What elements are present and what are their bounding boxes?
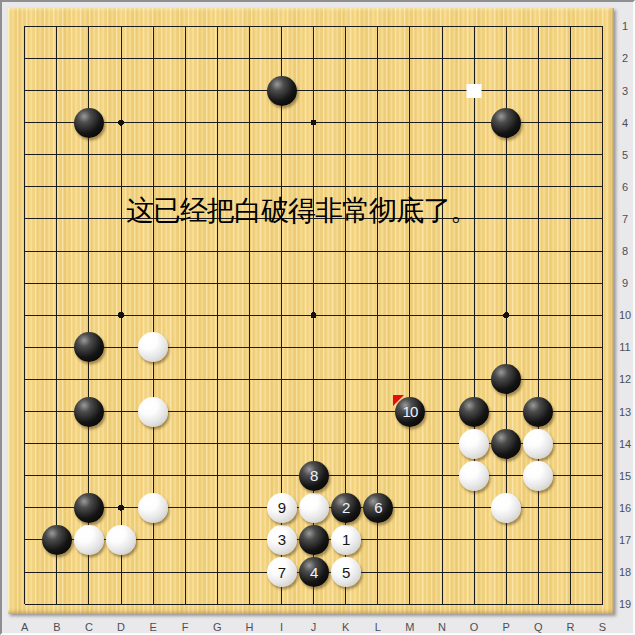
column-label: R [566, 622, 574, 633]
numbered-stone: 2 [331, 493, 361, 523]
row-label: 1 [622, 21, 628, 32]
move-number: 8 [310, 468, 317, 483]
move-number: 2 [342, 500, 349, 515]
last-move-triangle-icon [393, 395, 404, 406]
stone [459, 397, 489, 427]
row-label: 19 [619, 599, 631, 610]
move-number: 4 [310, 565, 317, 580]
stone [459, 429, 489, 459]
row-label: 14 [619, 438, 631, 449]
move-number: 3 [278, 532, 285, 547]
go-viewer-window: 这已经把白破得非常彻底了。 12345678910 ABCDEFGHIJKLMN… [0, 0, 635, 635]
column-label: N [438, 622, 446, 633]
numbered-stone: 1 [331, 525, 361, 555]
column-label: K [342, 622, 349, 633]
row-label: 2 [622, 53, 628, 64]
move-number: 7 [278, 565, 285, 580]
stone [74, 525, 104, 555]
column-label: G [213, 622, 222, 633]
row-label: 5 [622, 149, 628, 160]
stone [74, 332, 104, 362]
move-number: 5 [342, 565, 349, 580]
star-point [118, 312, 124, 318]
column-label: E [149, 622, 156, 633]
column-label: J [311, 622, 317, 633]
column-label: S [599, 622, 606, 633]
numbered-stone: 5 [331, 557, 361, 587]
goban[interactable]: 这已经把白破得非常彻底了。 12345678910 [8, 8, 614, 614]
column-label: B [53, 622, 60, 633]
star-point [311, 120, 317, 126]
row-label: 7 [622, 213, 628, 224]
row-label: 12 [619, 374, 631, 385]
stone [74, 493, 104, 523]
stone [299, 493, 329, 523]
numbered-stone: 7 [267, 557, 297, 587]
numbered-stone: 4 [299, 557, 329, 587]
star-point [118, 120, 124, 126]
stone [74, 108, 104, 138]
row-label: 3 [622, 85, 628, 96]
row-label: 4 [622, 117, 628, 128]
numbered-stone: 8 [299, 461, 329, 491]
star-point [118, 505, 124, 511]
stone [523, 461, 553, 491]
column-label: I [280, 622, 283, 633]
column-label: P [503, 622, 510, 633]
row-label: 8 [622, 246, 628, 257]
stone [491, 364, 521, 394]
numbered-stone: 10 [395, 397, 425, 427]
column-label: A [21, 622, 28, 633]
stone [74, 397, 104, 427]
numbered-stone: 9 [267, 493, 297, 523]
numbered-stone: 3 [267, 525, 297, 555]
column-label: F [182, 622, 189, 633]
move-number: 9 [278, 500, 285, 515]
column-label: D [117, 622, 125, 633]
stone [267, 76, 297, 106]
stone [491, 493, 521, 523]
stone [299, 525, 329, 555]
row-label: 16 [619, 502, 631, 513]
white-square-marker [467, 84, 482, 98]
row-label: 6 [622, 181, 628, 192]
stone [138, 493, 168, 523]
row-label: 11 [619, 342, 630, 353]
comment-text: 这已经把白破得非常彻底了。 [126, 194, 477, 228]
column-label: M [405, 622, 414, 633]
row-label: 13 [619, 406, 631, 417]
numbered-stone: 6 [363, 493, 393, 523]
row-label: 9 [622, 278, 628, 289]
row-label: 15 [619, 470, 631, 481]
move-number: 6 [374, 500, 381, 515]
stone [106, 525, 136, 555]
stone [138, 332, 168, 362]
stone [138, 397, 168, 427]
stone [491, 108, 521, 138]
move-number: 1 [342, 532, 349, 547]
stone [491, 429, 521, 459]
stone [523, 397, 553, 427]
grid-lines [8, 8, 614, 614]
row-label: 10 [619, 310, 631, 321]
star-point [311, 312, 317, 318]
column-label: O [470, 622, 479, 633]
stone [523, 429, 553, 459]
stone [459, 461, 489, 491]
stone [42, 525, 72, 555]
column-label: H [245, 622, 253, 633]
column-label: C [85, 622, 93, 633]
column-label: L [375, 622, 381, 633]
row-label: 17 [619, 534, 631, 545]
column-label: Q [534, 622, 543, 633]
move-number: 10 [403, 404, 418, 419]
star-point [503, 312, 509, 318]
row-label: 18 [619, 567, 631, 578]
